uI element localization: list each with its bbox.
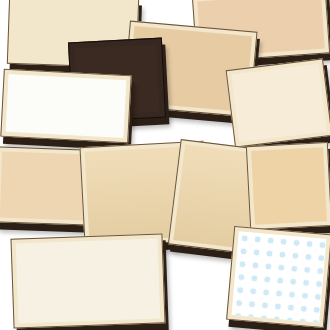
flying-chess-board — [10, 233, 165, 328]
cat-game-board — [226, 226, 330, 328]
snakes-ladders-board — [0, 69, 131, 144]
travel-game-board — [226, 58, 330, 147]
product-photo-collage — [0, 0, 330, 330]
jungle-chess-board — [0, 146, 91, 225]
xiangqi-board — [246, 142, 330, 230]
